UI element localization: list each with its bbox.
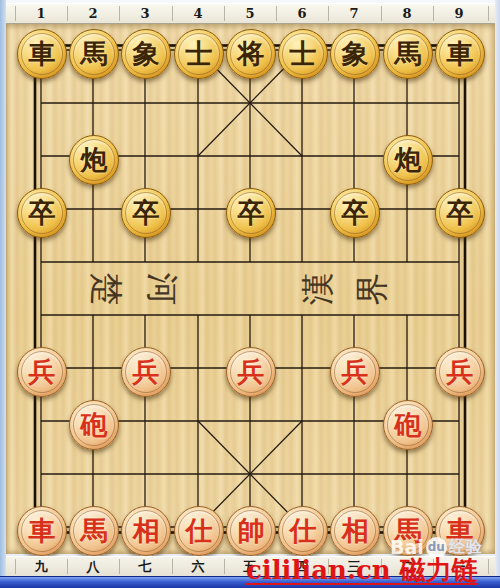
piece-character: 馬 xyxy=(395,30,422,78)
piece-character: 士 xyxy=(186,30,213,78)
strip-separator xyxy=(67,6,68,21)
piece-character: 車 xyxy=(29,30,56,78)
piece-character: 兵 xyxy=(238,348,265,396)
piece-character: 仕 xyxy=(186,507,213,555)
piece-black-horse[interactable]: 馬 xyxy=(383,29,433,79)
strip-separator xyxy=(224,559,225,574)
strip-separator xyxy=(224,6,225,21)
file-cjk-label-3: 七 xyxy=(130,557,160,576)
piece-black-elephant[interactable]: 象 xyxy=(330,29,380,79)
piece-red-elephant[interactable]: 相 xyxy=(330,506,380,556)
piece-character: 士 xyxy=(290,30,317,78)
strip-separator xyxy=(15,559,16,574)
piece-black-soldier[interactable]: 卒 xyxy=(121,188,171,238)
piece-red-cannon[interactable]: 砲 xyxy=(69,400,119,450)
file-label-4: 4 xyxy=(183,4,213,23)
piece-black-chariot[interactable]: 車 xyxy=(435,29,485,79)
piece-black-advisor[interactable]: 士 xyxy=(174,29,224,79)
file-cjk-label-1: 九 xyxy=(26,557,56,576)
piece-character: 兵 xyxy=(447,348,474,396)
piece-character: 砲 xyxy=(395,401,422,449)
piece-black-general[interactable]: 将 xyxy=(226,29,276,79)
piece-character: 卒 xyxy=(447,189,474,237)
strip-separator xyxy=(488,6,489,21)
river-chu-he-char-1: 楚 xyxy=(86,269,126,309)
piece-character: 卒 xyxy=(133,189,160,237)
piece-character: 相 xyxy=(133,507,160,555)
strip-separator xyxy=(119,559,120,574)
piece-character: 砲 xyxy=(81,401,108,449)
piece-character: 兵 xyxy=(342,348,369,396)
file-label-7: 7 xyxy=(339,4,369,23)
piece-character: 馬 xyxy=(81,30,108,78)
strip-separator xyxy=(67,559,68,574)
strip-separator xyxy=(172,6,173,21)
piece-black-horse[interactable]: 馬 xyxy=(69,29,119,79)
piece-red-elephant[interactable]: 相 xyxy=(121,506,171,556)
cililian-watermark: cililian.cn 磁力链 xyxy=(246,553,478,588)
piece-black-chariot[interactable]: 車 xyxy=(17,29,67,79)
strip-separator xyxy=(488,559,489,574)
piece-character: 炮 xyxy=(81,136,108,184)
piece-character: 炮 xyxy=(395,136,422,184)
piece-red-soldier[interactable]: 兵 xyxy=(330,347,380,397)
strip-separator xyxy=(328,6,329,21)
file-label-5: 5 xyxy=(235,4,265,23)
file-label-2: 2 xyxy=(78,4,108,23)
file-label-3: 3 xyxy=(130,4,160,23)
river-han-jie-char-1: 漢 xyxy=(298,269,338,309)
piece-black-soldier[interactable]: 卒 xyxy=(17,188,67,238)
piece-character: 将 xyxy=(238,30,265,78)
river-han-jie-char-2: 界 xyxy=(352,269,392,309)
piece-character: 卒 xyxy=(238,189,265,237)
piece-character: 馬 xyxy=(81,507,108,555)
piece-character: 卒 xyxy=(29,189,56,237)
xiangqi-app-window: 123456789 xyxy=(0,0,500,588)
river-chu-he-char-2: 河 xyxy=(142,269,182,309)
piece-character: 車 xyxy=(29,507,56,555)
piece-red-advisor[interactable]: 仕 xyxy=(278,506,328,556)
piece-black-cannon[interactable]: 炮 xyxy=(69,135,119,185)
piece-black-cannon[interactable]: 炮 xyxy=(383,135,433,185)
piece-character: 象 xyxy=(342,30,369,78)
strip-separator xyxy=(172,559,173,574)
file-cjk-label-2: 八 xyxy=(78,557,108,576)
piece-black-advisor[interactable]: 士 xyxy=(278,29,328,79)
piece-character: 象 xyxy=(133,30,160,78)
strip-separator xyxy=(433,6,434,21)
piece-red-soldier[interactable]: 兵 xyxy=(121,347,171,397)
piece-character: 車 xyxy=(447,30,474,78)
piece-character: 相 xyxy=(342,507,369,555)
piece-red-soldier[interactable]: 兵 xyxy=(226,347,276,397)
piece-red-soldier[interactable]: 兵 xyxy=(435,347,485,397)
file-label-1: 1 xyxy=(26,4,56,23)
strip-separator xyxy=(119,6,120,21)
piece-black-elephant[interactable]: 象 xyxy=(121,29,171,79)
window-right-border xyxy=(495,0,500,588)
piece-black-soldier[interactable]: 卒 xyxy=(226,188,276,238)
piece-red-general[interactable]: 帥 xyxy=(226,506,276,556)
xiangqi-board[interactable]: 楚河漢界 車馬象士将士象馬車炮炮卒卒卒卒卒兵兵兵兵兵砲砲車馬相仕帥仕相馬車 xyxy=(6,24,495,554)
board-grid-lines xyxy=(6,24,495,554)
piece-black-soldier[interactable]: 卒 xyxy=(435,188,485,238)
file-cjk-label-4: 六 xyxy=(183,557,213,576)
file-label-8: 8 xyxy=(392,4,422,23)
piece-red-advisor[interactable]: 仕 xyxy=(174,506,224,556)
piece-character: 兵 xyxy=(29,348,56,396)
file-label-6: 6 xyxy=(287,4,317,23)
piece-character: 卒 xyxy=(342,189,369,237)
piece-red-horse[interactable]: 馬 xyxy=(69,506,119,556)
piece-red-soldier[interactable]: 兵 xyxy=(17,347,67,397)
file-label-9: 9 xyxy=(444,4,474,23)
piece-character: 帥 xyxy=(238,507,265,555)
piece-character: 仕 xyxy=(290,507,317,555)
piece-black-soldier[interactable]: 卒 xyxy=(330,188,380,238)
strip-separator xyxy=(276,6,277,21)
piece-red-cannon[interactable]: 砲 xyxy=(383,400,433,450)
piece-red-chariot[interactable]: 車 xyxy=(17,506,67,556)
column-number-strip: 123456789 xyxy=(6,3,495,24)
strip-separator xyxy=(381,6,382,21)
strip-separator xyxy=(15,6,16,21)
piece-character: 兵 xyxy=(133,348,160,396)
